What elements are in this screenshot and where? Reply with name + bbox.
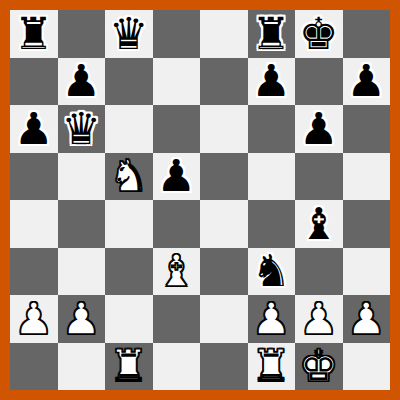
- square-b2[interactable]: ♟: [58, 295, 106, 343]
- square-f6[interactable]: [248, 105, 296, 153]
- square-b1[interactable]: [58, 343, 106, 391]
- square-b3[interactable]: [58, 248, 106, 296]
- square-e8[interactable]: [200, 10, 248, 58]
- square-g7[interactable]: [295, 58, 343, 106]
- square-a3[interactable]: [10, 248, 58, 296]
- square-h2[interactable]: ♟: [343, 295, 391, 343]
- chessboard: ♜♛♜♚♟♟♟♟♛♟♞♟♝♝♞♟♟♟♟♟♜♜♚: [10, 10, 390, 390]
- piece-white-bishop: ♝: [157, 249, 196, 293]
- square-e1[interactable]: [200, 343, 248, 391]
- piece-white-pawn: ♟: [347, 297, 386, 341]
- square-a7[interactable]: [10, 58, 58, 106]
- piece-white-pawn: ♟: [14, 297, 53, 341]
- piece-black-knight: ♞: [252, 249, 291, 293]
- square-g1[interactable]: ♚: [295, 343, 343, 391]
- square-d7[interactable]: [153, 58, 201, 106]
- piece-black-pawn: ♟: [14, 107, 53, 151]
- piece-black-queen: ♛: [62, 107, 101, 151]
- square-g5[interactable]: [295, 153, 343, 201]
- square-c6[interactable]: [105, 105, 153, 153]
- square-d4[interactable]: [153, 200, 201, 248]
- square-h3[interactable]: [343, 248, 391, 296]
- square-d1[interactable]: [153, 343, 201, 391]
- square-g4[interactable]: ♝: [295, 200, 343, 248]
- piece-white-pawn: ♟: [252, 297, 291, 341]
- piece-black-rook: ♜: [252, 12, 291, 56]
- square-c5[interactable]: ♞: [105, 153, 153, 201]
- square-e3[interactable]: [200, 248, 248, 296]
- piece-white-king: ♚: [299, 344, 338, 388]
- square-f8[interactable]: ♜: [248, 10, 296, 58]
- piece-white-rook: ♜: [252, 344, 291, 388]
- square-f5[interactable]: [248, 153, 296, 201]
- piece-white-pawn: ♟: [299, 297, 338, 341]
- piece-black-queen: ♛: [109, 12, 148, 56]
- square-g6[interactable]: ♟: [295, 105, 343, 153]
- square-e7[interactable]: [200, 58, 248, 106]
- square-h4[interactable]: [343, 200, 391, 248]
- square-g8[interactable]: ♚: [295, 10, 343, 58]
- square-h8[interactable]: [343, 10, 391, 58]
- piece-black-bishop: ♝: [299, 202, 338, 246]
- piece-white-rook: ♜: [109, 344, 148, 388]
- square-f1[interactable]: ♜: [248, 343, 296, 391]
- square-f4[interactable]: [248, 200, 296, 248]
- square-a5[interactable]: [10, 153, 58, 201]
- square-c3[interactable]: [105, 248, 153, 296]
- square-e2[interactable]: [200, 295, 248, 343]
- piece-white-pawn: ♟: [62, 297, 101, 341]
- square-e5[interactable]: [200, 153, 248, 201]
- square-a6[interactable]: ♟: [10, 105, 58, 153]
- square-h6[interactable]: [343, 105, 391, 153]
- square-d3[interactable]: ♝: [153, 248, 201, 296]
- square-f2[interactable]: ♟: [248, 295, 296, 343]
- square-h7[interactable]: ♟: [343, 58, 391, 106]
- square-c4[interactable]: [105, 200, 153, 248]
- square-e4[interactable]: [200, 200, 248, 248]
- board-frame: ♜♛♜♚♟♟♟♟♛♟♞♟♝♝♞♟♟♟♟♟♜♜♚: [0, 0, 400, 400]
- square-a1[interactable]: [10, 343, 58, 391]
- square-g2[interactable]: ♟: [295, 295, 343, 343]
- piece-black-pawn: ♟: [157, 154, 196, 198]
- square-b7[interactable]: ♟: [58, 58, 106, 106]
- square-h5[interactable]: [343, 153, 391, 201]
- square-b6[interactable]: ♛: [58, 105, 106, 153]
- square-a4[interactable]: [10, 200, 58, 248]
- square-h1[interactable]: [343, 343, 391, 391]
- piece-black-pawn: ♟: [62, 59, 101, 103]
- square-b8[interactable]: [58, 10, 106, 58]
- square-b5[interactable]: [58, 153, 106, 201]
- square-c8[interactable]: ♛: [105, 10, 153, 58]
- square-c1[interactable]: ♜: [105, 343, 153, 391]
- piece-black-king: ♚: [299, 12, 338, 56]
- square-c7[interactable]: [105, 58, 153, 106]
- square-a2[interactable]: ♟: [10, 295, 58, 343]
- square-c2[interactable]: [105, 295, 153, 343]
- square-g3[interactable]: [295, 248, 343, 296]
- piece-white-knight: ♞: [109, 154, 148, 198]
- piece-black-pawn: ♟: [252, 59, 291, 103]
- square-a8[interactable]: ♜: [10, 10, 58, 58]
- piece-black-rook: ♜: [14, 12, 53, 56]
- piece-black-pawn: ♟: [299, 107, 338, 151]
- square-d5[interactable]: ♟: [153, 153, 201, 201]
- square-f3[interactable]: ♞: [248, 248, 296, 296]
- square-e6[interactable]: [200, 105, 248, 153]
- piece-black-pawn: ♟: [347, 59, 386, 103]
- square-d2[interactable]: [153, 295, 201, 343]
- square-d8[interactable]: [153, 10, 201, 58]
- square-f7[interactable]: ♟: [248, 58, 296, 106]
- square-b4[interactable]: [58, 200, 106, 248]
- square-d6[interactable]: [153, 105, 201, 153]
